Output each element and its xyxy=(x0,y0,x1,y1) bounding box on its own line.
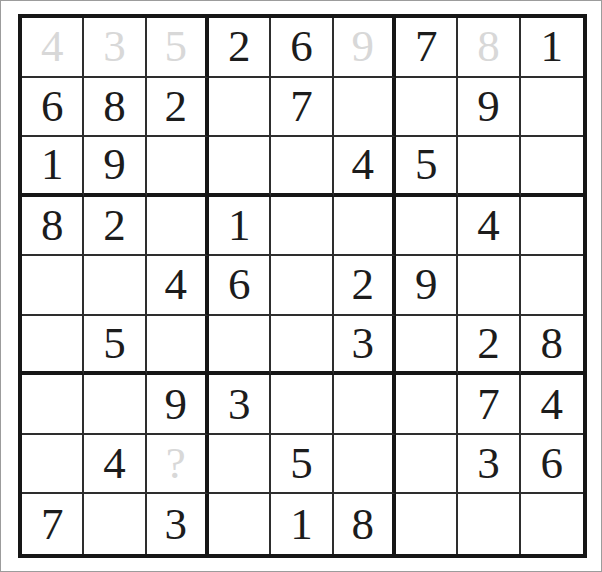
cell-r5c5[interactable] xyxy=(271,256,333,316)
cell-r6c6[interactable]: 3 xyxy=(334,316,396,376)
cell-r2c5[interactable]: 7 xyxy=(271,78,333,138)
cell-r2c1[interactable]: 6 xyxy=(22,78,84,138)
cell-r2c8[interactable]: 9 xyxy=(458,78,520,138)
cell-r8c6[interactable] xyxy=(334,435,396,495)
cell-r6c1[interactable] xyxy=(22,316,84,376)
cell-r5c8[interactable] xyxy=(458,256,520,316)
cell-r8c1[interactable] xyxy=(22,435,84,495)
cell-r4c4[interactable]: 1 xyxy=(209,197,271,257)
cell-r8c2[interactable]: 4 xyxy=(84,435,146,495)
cell-r6c3[interactable] xyxy=(147,316,209,376)
cell-r9c9[interactable] xyxy=(521,494,583,554)
cell-r6c7[interactable] xyxy=(396,316,458,376)
cell-r4c6[interactable] xyxy=(334,197,396,257)
cell-r8c5[interactable]: 5 xyxy=(271,435,333,495)
cell-r3c7[interactable]: 5 xyxy=(396,137,458,197)
cell-r5c2[interactable] xyxy=(84,256,146,316)
cell-r9c2[interactable] xyxy=(84,494,146,554)
cell-r4c7[interactable] xyxy=(396,197,458,257)
cell-r1c7[interactable]: 7 xyxy=(396,18,458,78)
cell-r8c4[interactable] xyxy=(209,435,271,495)
cell-r9c7[interactable] xyxy=(396,494,458,554)
cell-r7c6[interactable] xyxy=(334,375,396,435)
cell-r5c6[interactable]: 2 xyxy=(334,256,396,316)
cell-r1c4[interactable]: 2 xyxy=(209,18,271,78)
cell-r8c9[interactable]: 6 xyxy=(521,435,583,495)
cell-r1c9[interactable]: 1 xyxy=(521,18,583,78)
cell-r5c3[interactable]: 4 xyxy=(147,256,209,316)
cell-r3c5[interactable] xyxy=(271,137,333,197)
cell-r7c5[interactable] xyxy=(271,375,333,435)
cell-r2c6[interactable] xyxy=(334,78,396,138)
cell-r4c2[interactable]: 2 xyxy=(84,197,146,257)
cell-r2c7[interactable] xyxy=(396,78,458,138)
cell-r9c6[interactable]: 8 xyxy=(334,494,396,554)
cell-r9c5[interactable]: 1 xyxy=(271,494,333,554)
sudoku-board: 43526978168279194582144629532893744?5367… xyxy=(18,14,587,558)
cell-r4c8[interactable]: 4 xyxy=(458,197,520,257)
cell-r4c5[interactable] xyxy=(271,197,333,257)
cell-r1c3[interactable]: 5 xyxy=(147,18,209,78)
cell-r7c2[interactable] xyxy=(84,375,146,435)
cell-r1c8[interactable]: 8 xyxy=(458,18,520,78)
cell-r7c3[interactable]: 9 xyxy=(147,375,209,435)
cell-r1c5[interactable]: 6 xyxy=(271,18,333,78)
cell-r5c7[interactable]: 9 xyxy=(396,256,458,316)
cell-r6c2[interactable]: 5 xyxy=(84,316,146,376)
cell-r3c3[interactable] xyxy=(147,137,209,197)
cell-r9c4[interactable] xyxy=(209,494,271,554)
cell-r3c6[interactable]: 4 xyxy=(334,137,396,197)
cell-r8c7[interactable] xyxy=(396,435,458,495)
cell-r1c2[interactable]: 3 xyxy=(84,18,146,78)
cell-r8c3[interactable]: ? xyxy=(147,435,209,495)
page-frame: 43526978168279194582144629532893744?5367… xyxy=(0,0,602,572)
cell-r6c5[interactable] xyxy=(271,316,333,376)
cell-r3c2[interactable]: 9 xyxy=(84,137,146,197)
cell-r2c4[interactable] xyxy=(209,78,271,138)
cell-r6c8[interactable]: 2 xyxy=(458,316,520,376)
cell-r9c8[interactable] xyxy=(458,494,520,554)
cell-r2c3[interactable]: 2 xyxy=(147,78,209,138)
cell-r6c4[interactable] xyxy=(209,316,271,376)
cell-r9c1[interactable]: 7 xyxy=(22,494,84,554)
cell-r3c1[interactable]: 1 xyxy=(22,137,84,197)
cell-r1c1[interactable]: 4 xyxy=(22,18,84,78)
cell-r1c6[interactable]: 9 xyxy=(334,18,396,78)
cell-r7c7[interactable] xyxy=(396,375,458,435)
cell-r7c4[interactable]: 3 xyxy=(209,375,271,435)
cell-r5c4[interactable]: 6 xyxy=(209,256,271,316)
cell-r3c9[interactable] xyxy=(521,137,583,197)
cell-r4c9[interactable] xyxy=(521,197,583,257)
cell-r2c9[interactable] xyxy=(521,78,583,138)
cell-r7c1[interactable] xyxy=(22,375,84,435)
cell-r7c8[interactable]: 7 xyxy=(458,375,520,435)
cell-r4c3[interactable] xyxy=(147,197,209,257)
cell-r4c1[interactable]: 8 xyxy=(22,197,84,257)
cell-r8c8[interactable]: 3 xyxy=(458,435,520,495)
cell-r9c3[interactable]: 3 xyxy=(147,494,209,554)
cell-r6c9[interactable]: 8 xyxy=(521,316,583,376)
cell-r2c2[interactable]: 8 xyxy=(84,78,146,138)
cell-r5c1[interactable] xyxy=(22,256,84,316)
cell-r7c9[interactable]: 4 xyxy=(521,375,583,435)
cell-r3c4[interactable] xyxy=(209,137,271,197)
cell-r5c9[interactable] xyxy=(521,256,583,316)
cell-r3c8[interactable] xyxy=(458,137,520,197)
